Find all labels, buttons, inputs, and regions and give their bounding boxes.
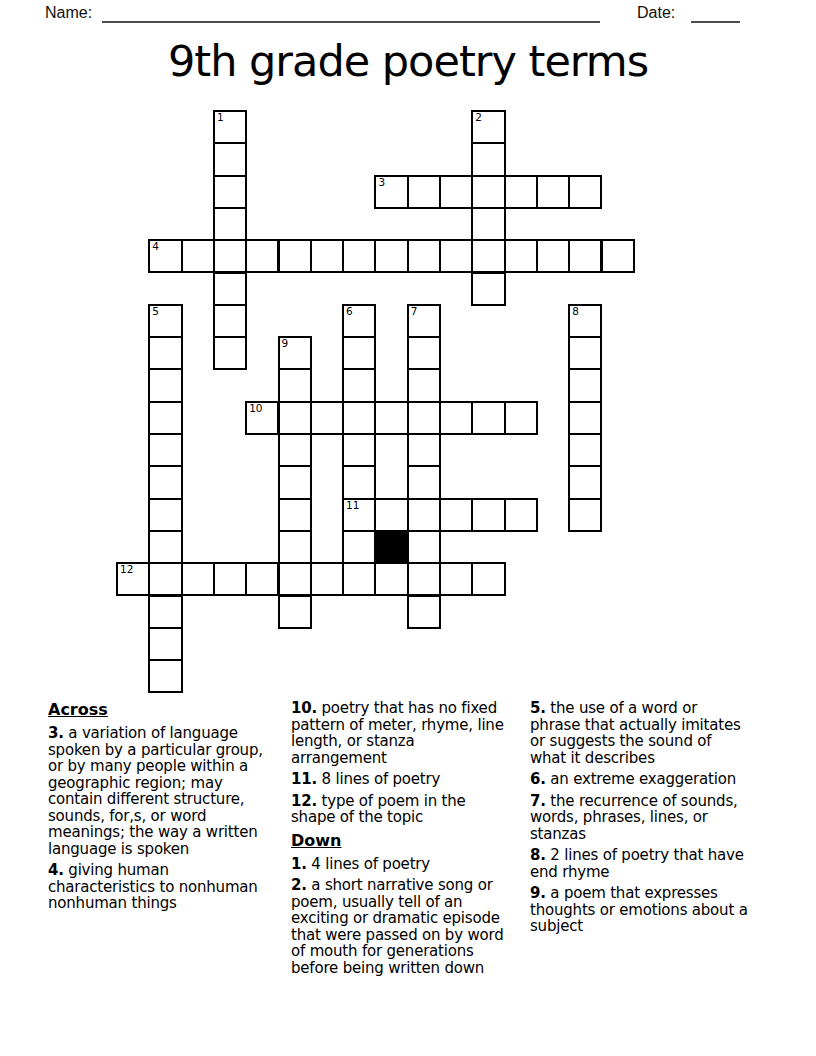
worksheet-page: { "game": "crossword", "page": { "name_l… xyxy=(0,0,816,1056)
clues-column-down: 5. the use of a word or phrase that actu… xyxy=(530,700,748,940)
clue-text: the use of a word or phrase that actuall… xyxy=(530,699,741,767)
clue-text: the recurrence of sounds, words, phrases… xyxy=(530,792,738,843)
grid-cell[interactable] xyxy=(310,401,344,435)
black-cell xyxy=(374,530,408,564)
grid-cell[interactable] xyxy=(374,562,408,596)
grid-cell[interactable]: 8 xyxy=(568,304,602,338)
cell-number: 6 xyxy=(346,306,353,317)
name-blank-line[interactable] xyxy=(102,21,600,23)
clue-text: 4 lines of poetry xyxy=(307,855,430,873)
grid-cell[interactable] xyxy=(342,433,376,467)
grid-cell[interactable] xyxy=(439,175,473,209)
grid-cell[interactable] xyxy=(407,239,441,273)
grid-cell[interactable] xyxy=(213,336,247,370)
grid-cell[interactable] xyxy=(568,239,602,273)
grid-cell[interactable] xyxy=(342,239,376,273)
grid-cell[interactable] xyxy=(278,595,312,629)
grid-cell[interactable] xyxy=(536,175,570,209)
grid-cell[interactable] xyxy=(568,368,602,402)
puzzle-title: 9th grade poetry terms xyxy=(0,36,816,86)
clue-text: a short narrative song or poem, usually … xyxy=(291,876,504,977)
grid-cell[interactable] xyxy=(245,562,279,596)
grid-cell[interactable] xyxy=(407,368,441,402)
grid-cell[interactable] xyxy=(148,401,182,435)
grid-cell[interactable] xyxy=(213,562,247,596)
name-label: Name: xyxy=(45,4,92,22)
grid-cell[interactable] xyxy=(148,433,182,467)
grid-cell[interactable] xyxy=(568,401,602,435)
grid-cell[interactable] xyxy=(374,239,408,273)
cell-number: 2 xyxy=(475,112,482,123)
clue-number-label: 8. xyxy=(530,846,546,864)
grid-cell[interactable] xyxy=(148,368,182,402)
cell-number: 11 xyxy=(346,500,359,511)
clue-4: 4. giving human characteristics to nonhu… xyxy=(48,862,270,912)
clue-5: 5. the use of a word or phrase that actu… xyxy=(530,700,748,766)
cell-number: 4 xyxy=(152,241,159,252)
clue-number-label: 4. xyxy=(48,861,64,879)
clue-number-label: 12. xyxy=(291,792,317,810)
cell-number: 12 xyxy=(120,564,133,575)
grid-cell[interactable] xyxy=(278,368,312,402)
grid-cell[interactable] xyxy=(601,239,635,273)
grid-cell[interactable] xyxy=(471,207,505,241)
grid-cell[interactable]: 5 xyxy=(148,304,182,338)
date-label: Date: xyxy=(637,4,675,22)
cell-number: 8 xyxy=(572,306,579,317)
cell-number: 3 xyxy=(378,177,385,188)
grid-cell[interactable]: 6 xyxy=(342,304,376,338)
grid-cell[interactable] xyxy=(504,175,538,209)
grid-cell[interactable] xyxy=(278,465,312,499)
grid-cell[interactable] xyxy=(148,595,182,629)
clue-number-label: 10. xyxy=(291,699,317,717)
grid-cell[interactable] xyxy=(439,401,473,435)
grid-cell[interactable] xyxy=(407,401,441,435)
clue-9: 9. a poem that expresses thoughts or emo… xyxy=(530,885,748,935)
clue-10: 10. poetry that has no fixed pattern of … xyxy=(291,700,511,766)
grid-cell[interactable] xyxy=(310,239,344,273)
grid-cell[interactable] xyxy=(342,336,376,370)
clue-number-label: 11. xyxy=(291,770,317,788)
grid-cell[interactable] xyxy=(342,562,376,596)
cell-number: 9 xyxy=(282,338,289,349)
grid-cell[interactable] xyxy=(342,368,376,402)
grid-cell[interactable] xyxy=(504,401,538,435)
clues-column-across: Across3. a variation of language spoken … xyxy=(48,700,270,917)
grid-cell[interactable] xyxy=(471,562,505,596)
grid-cell[interactable] xyxy=(278,498,312,532)
clue-number-label: 3. xyxy=(48,724,64,742)
clue-6: 6. an extreme exaggeration xyxy=(530,771,748,788)
grid-cell[interactable] xyxy=(568,498,602,532)
grid-cell[interactable] xyxy=(342,530,376,564)
cell-number: 5 xyxy=(152,306,159,317)
cell-number: 10 xyxy=(249,403,262,414)
grid-cell[interactable] xyxy=(568,336,602,370)
clue-2: 2. a short narrative song or poem, usual… xyxy=(291,877,511,976)
grid-cell[interactable] xyxy=(471,239,505,273)
grid-cell[interactable] xyxy=(148,659,182,693)
grid-cell[interactable] xyxy=(148,498,182,532)
grid-cell[interactable] xyxy=(374,498,408,532)
date-blank-line[interactable] xyxy=(691,21,740,23)
grid-cell[interactable]: 3 xyxy=(374,175,408,209)
grid-cell[interactable] xyxy=(407,465,441,499)
grid-cell[interactable] xyxy=(407,498,441,532)
grid-cell[interactable] xyxy=(407,433,441,467)
grid-cell[interactable] xyxy=(407,562,441,596)
grid-cell[interactable] xyxy=(504,498,538,532)
grid-cell[interactable] xyxy=(342,465,376,499)
clue-number-label: 1. xyxy=(291,855,307,873)
clue-12: 12. type of poem in the shape of the top… xyxy=(291,793,511,826)
grid-cell[interactable]: 2 xyxy=(471,110,505,144)
clue-text: a variation of language spoken by a part… xyxy=(48,724,263,858)
clue-text: a poem that expresses thoughts or emotio… xyxy=(530,884,748,935)
clues-header-down: Down xyxy=(291,831,511,850)
clue-7: 7. the recurrence of sounds, words, phra… xyxy=(530,793,748,843)
clue-8: 8. 2 lines of poetry that have end rhyme xyxy=(530,847,748,880)
grid-cell[interactable] xyxy=(407,175,441,209)
grid-cell[interactable] xyxy=(278,562,312,596)
grid-cell[interactable] xyxy=(148,627,182,661)
clue-1: 1. 4 lines of poetry xyxy=(291,856,511,873)
grid-cell[interactable] xyxy=(568,175,602,209)
grid-cell[interactable] xyxy=(374,401,408,435)
grid-cell[interactable] xyxy=(213,207,247,241)
clue-text: poetry that has no fixed pattern of mete… xyxy=(291,699,504,767)
grid-cell[interactable] xyxy=(471,272,505,306)
clue-text: type of poem in the shape of the topic xyxy=(291,792,466,827)
grid-cell[interactable] xyxy=(407,595,441,629)
grid-cell[interactable] xyxy=(181,239,215,273)
clue-text: giving human characteristics to nonhuman… xyxy=(48,861,258,912)
grid-cell[interactable] xyxy=(439,498,473,532)
grid-cell[interactable] xyxy=(471,498,505,532)
grid-cell[interactable] xyxy=(439,562,473,596)
grid-cell[interactable] xyxy=(536,239,570,273)
grid-cell[interactable] xyxy=(407,336,441,370)
grid-cell[interactable] xyxy=(278,239,312,273)
grid-cell[interactable]: 11 xyxy=(342,498,376,532)
clue-number-label: 6. xyxy=(530,770,546,788)
clue-text: 2 lines of poetry that have end rhyme xyxy=(530,846,744,881)
grid-cell[interactable] xyxy=(148,562,182,596)
clue-number-label: 2. xyxy=(291,876,307,894)
grid-cell[interactable]: 12 xyxy=(116,562,150,596)
grid-cell[interactable] xyxy=(213,142,247,176)
grid-cell[interactable] xyxy=(342,401,376,435)
clue-text: 8 lines of poetry xyxy=(317,770,440,788)
clue-text: an extreme exaggeration xyxy=(546,770,736,788)
grid-cell[interactable] xyxy=(568,465,602,499)
grid-cell[interactable] xyxy=(471,142,505,176)
clues-column-middle: 10. poetry that has no fixed pattern of … xyxy=(291,700,511,981)
grid-cell[interactable] xyxy=(504,239,538,273)
grid-cell[interactable]: 9 xyxy=(278,336,312,370)
clue-number-label: 7. xyxy=(530,792,546,810)
grid-cell[interactable] xyxy=(439,239,473,273)
grid-cell[interactable] xyxy=(148,336,182,370)
clue-11: 11. 8 lines of poetry xyxy=(291,771,511,788)
clue-3: 3. a variation of language spoken by a p… xyxy=(48,725,270,857)
clues-header-across: Across xyxy=(48,700,270,719)
grid-cell[interactable] xyxy=(148,465,182,499)
clue-number-label: 5. xyxy=(530,699,546,717)
grid-cell[interactable] xyxy=(181,562,215,596)
grid-cell[interactable] xyxy=(471,175,505,209)
grid-cell[interactable] xyxy=(471,401,505,435)
grid-cell[interactable] xyxy=(148,530,182,564)
grid-cell[interactable] xyxy=(213,175,247,209)
grid-cell[interactable] xyxy=(278,401,312,435)
grid-cell[interactable] xyxy=(278,530,312,564)
cell-number: 7 xyxy=(411,306,418,317)
grid-cell[interactable] xyxy=(407,530,441,564)
grid-cell[interactable]: 4 xyxy=(148,239,182,273)
grid-cell[interactable] xyxy=(213,304,247,338)
grid-cell[interactable] xyxy=(278,433,312,467)
grid-cell[interactable] xyxy=(213,272,247,306)
grid-cell[interactable]: 10 xyxy=(245,401,279,435)
grid-cell[interactable] xyxy=(213,239,247,273)
grid-cell[interactable]: 7 xyxy=(407,304,441,338)
grid-cell[interactable] xyxy=(568,433,602,467)
grid-cell[interactable]: 1 xyxy=(213,110,247,144)
grid-cell[interactable] xyxy=(310,562,344,596)
grid-cell[interactable] xyxy=(245,239,279,273)
cell-number: 1 xyxy=(217,112,224,123)
clue-number-label: 9. xyxy=(530,884,546,902)
